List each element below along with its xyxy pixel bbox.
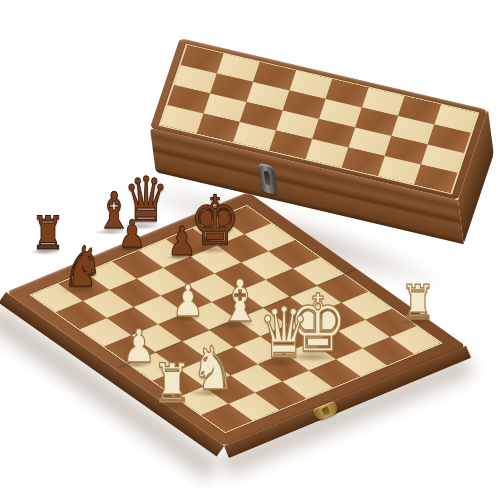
white-rook-glyph: ♜ <box>400 278 435 326</box>
white-rook-glyph: ♜ <box>152 357 192 411</box>
black-knight[interactable]: ♞ <box>58 239 108 295</box>
white-queen[interactable]: ♛ <box>253 298 316 368</box>
black-pawn[interactable]: ♟ <box>115 215 149 253</box>
black-pawn-glyph: ♟ <box>167 221 196 261</box>
white-queen-glyph: ♛ <box>258 298 309 368</box>
black-knight-glyph: ♞ <box>62 239 103 295</box>
white-rook[interactable]: ♜ <box>148 357 196 411</box>
white-rook[interactable]: ♜ <box>396 278 439 326</box>
metal-clasp-icon <box>258 163 277 195</box>
white-knight-glyph: ♞ <box>191 338 235 398</box>
black-pawn-glyph: ♟ <box>118 215 146 253</box>
white-pawn-glyph: ♟ <box>172 279 204 323</box>
product-photo-stage: ♛♝♚♜♟♟♞♟♝♜♚♛♟♞♜ <box>0 0 500 500</box>
white-pawn[interactable]: ♟ <box>168 279 207 323</box>
black-pawn[interactable]: ♟ <box>164 221 200 261</box>
